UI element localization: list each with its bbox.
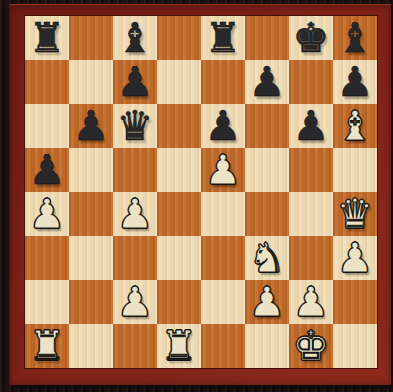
- black-pawn: ♟: [293, 104, 330, 148]
- black-queen: ♛: [117, 104, 154, 148]
- square-h1[interactable]: [333, 324, 377, 368]
- square-b5[interactable]: [69, 148, 113, 192]
- square-e3[interactable]: [201, 236, 245, 280]
- square-h5[interactable]: [333, 148, 377, 192]
- square-a4[interactable]: ♟: [25, 192, 69, 236]
- square-c6[interactable]: ♛: [113, 104, 157, 148]
- square-c5[interactable]: [113, 148, 157, 192]
- white-pawn: ♟: [117, 280, 154, 324]
- black-king: ♚: [293, 16, 330, 60]
- square-c7[interactable]: ♟: [113, 60, 157, 104]
- white-pawn: ♟: [249, 280, 286, 324]
- square-g7[interactable]: [289, 60, 333, 104]
- square-g6[interactable]: ♟: [289, 104, 333, 148]
- square-f3[interactable]: ♞: [245, 236, 289, 280]
- square-c2[interactable]: ♟: [113, 280, 157, 324]
- square-f2[interactable]: ♟: [245, 280, 289, 324]
- square-e2[interactable]: [201, 280, 245, 324]
- desktop-background: ♜♝♜♚♝♟♟♟♟♛♟♟♝♟♟♟♟♛♞♟♟♟♟♜♜♚: [0, 0, 393, 392]
- square-f8[interactable]: [245, 16, 289, 60]
- black-rook: ♜: [205, 16, 242, 60]
- square-e4[interactable]: [201, 192, 245, 236]
- square-e7[interactable]: [201, 60, 245, 104]
- black-pawn: ♟: [29, 148, 66, 192]
- white-bishop: ♝: [337, 104, 374, 148]
- black-pawn: ♟: [73, 104, 110, 148]
- square-g8[interactable]: ♚: [289, 16, 333, 60]
- square-c4[interactable]: ♟: [113, 192, 157, 236]
- square-d5[interactable]: [157, 148, 201, 192]
- square-d6[interactable]: [157, 104, 201, 148]
- board-frame: ♜♝♜♚♝♟♟♟♟♛♟♟♝♟♟♟♟♛♞♟♟♟♟♜♜♚: [9, 4, 391, 385]
- square-h2[interactable]: [333, 280, 377, 324]
- square-a2[interactable]: [25, 280, 69, 324]
- square-b2[interactable]: [69, 280, 113, 324]
- square-f4[interactable]: [245, 192, 289, 236]
- square-g4[interactable]: [289, 192, 333, 236]
- black-pawn: ♟: [117, 60, 154, 104]
- square-b1[interactable]: [69, 324, 113, 368]
- square-a8[interactable]: ♜: [25, 16, 69, 60]
- square-d4[interactable]: [157, 192, 201, 236]
- square-h3[interactable]: ♟: [333, 236, 377, 280]
- square-d8[interactable]: [157, 16, 201, 60]
- black-pawn: ♟: [249, 60, 286, 104]
- white-rook: ♜: [29, 324, 66, 368]
- square-g1[interactable]: ♚: [289, 324, 333, 368]
- square-a1[interactable]: ♜: [25, 324, 69, 368]
- square-c1[interactable]: [113, 324, 157, 368]
- square-b6[interactable]: ♟: [69, 104, 113, 148]
- square-f5[interactable]: [245, 148, 289, 192]
- white-pawn: ♟: [205, 148, 242, 192]
- white-pawn: ♟: [117, 192, 154, 236]
- black-rook: ♜: [29, 16, 66, 60]
- white-knight: ♞: [249, 236, 286, 280]
- square-e6[interactable]: ♟: [201, 104, 245, 148]
- square-g2[interactable]: ♟: [289, 280, 333, 324]
- square-f1[interactable]: [245, 324, 289, 368]
- square-c8[interactable]: ♝: [113, 16, 157, 60]
- square-a3[interactable]: [25, 236, 69, 280]
- chess-board: ♜♝♜♚♝♟♟♟♟♛♟♟♝♟♟♟♟♛♞♟♟♟♟♜♜♚: [25, 16, 377, 368]
- square-h8[interactable]: ♝: [333, 16, 377, 60]
- square-d1[interactable]: ♜: [157, 324, 201, 368]
- white-pawn: ♟: [293, 280, 330, 324]
- square-c3[interactable]: [113, 236, 157, 280]
- white-king: ♚: [293, 324, 330, 368]
- square-d7[interactable]: [157, 60, 201, 104]
- square-d2[interactable]: [157, 280, 201, 324]
- square-a7[interactable]: [25, 60, 69, 104]
- black-pawn: ♟: [337, 60, 374, 104]
- square-a5[interactable]: ♟: [25, 148, 69, 192]
- square-g5[interactable]: [289, 148, 333, 192]
- square-h6[interactable]: ♝: [333, 104, 377, 148]
- square-e1[interactable]: [201, 324, 245, 368]
- square-b8[interactable]: [69, 16, 113, 60]
- white-rook: ♜: [161, 324, 198, 368]
- square-h7[interactable]: ♟: [333, 60, 377, 104]
- square-h4[interactable]: ♛: [333, 192, 377, 236]
- white-pawn: ♟: [337, 236, 374, 280]
- white-pawn: ♟: [29, 192, 66, 236]
- square-e8[interactable]: ♜: [201, 16, 245, 60]
- square-b3[interactable]: [69, 236, 113, 280]
- black-bishop: ♝: [117, 16, 154, 60]
- square-b4[interactable]: [69, 192, 113, 236]
- square-e5[interactable]: ♟: [201, 148, 245, 192]
- square-b7[interactable]: [69, 60, 113, 104]
- square-a6[interactable]: [25, 104, 69, 148]
- black-bishop: ♝: [337, 16, 374, 60]
- black-pawn: ♟: [205, 104, 242, 148]
- white-queen: ♛: [337, 192, 374, 236]
- square-f6[interactable]: [245, 104, 289, 148]
- square-f7[interactable]: ♟: [245, 60, 289, 104]
- square-g3[interactable]: [289, 236, 333, 280]
- square-d3[interactable]: [157, 236, 201, 280]
